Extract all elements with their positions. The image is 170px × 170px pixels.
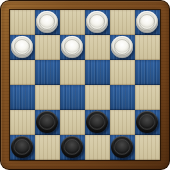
square-d2[interactable]: ⛂ — [85, 110, 110, 135]
square-e6[interactable] — [110, 10, 135, 35]
square-b4[interactable] — [35, 60, 60, 85]
square-f3[interactable] — [135, 85, 160, 110]
square-e5[interactable]: ⛀ — [110, 35, 135, 60]
square-e3[interactable] — [110, 85, 135, 110]
square-b6[interactable]: ⛀ — [35, 10, 60, 35]
black-piece[interactable]: ⛂ — [61, 136, 83, 158]
square-d6[interactable]: ⛀ — [85, 10, 110, 35]
white-piece[interactable]: ⛀ — [61, 36, 83, 58]
square-f2[interactable]: ⛂ — [135, 110, 160, 135]
square-d4[interactable] — [85, 60, 110, 85]
white-piece[interactable]: ⛀ — [11, 36, 33, 58]
square-f4[interactable] — [135, 60, 160, 85]
white-piece[interactable]: ⛀ — [136, 11, 158, 33]
black-piece[interactable]: ⛂ — [136, 111, 158, 133]
black-piece[interactable]: ⛂ — [11, 136, 33, 158]
square-a6[interactable] — [10, 10, 35, 35]
square-c5[interactable]: ⛀ — [60, 35, 85, 60]
square-a5[interactable]: ⛀ — [10, 35, 35, 60]
black-piece[interactable]: ⛂ — [86, 111, 108, 133]
square-c6[interactable] — [60, 10, 85, 35]
square-e2[interactable] — [110, 110, 135, 135]
square-e1[interactable]: ⛂ — [110, 135, 135, 160]
white-piece[interactable]: ⛀ — [36, 11, 58, 33]
square-d5[interactable] — [85, 35, 110, 60]
square-f6[interactable]: ⛀ — [135, 10, 160, 35]
square-a4[interactable] — [10, 60, 35, 85]
square-d1[interactable] — [85, 135, 110, 160]
white-piece[interactable]: ⛀ — [86, 11, 108, 33]
square-b5[interactable] — [35, 35, 60, 60]
black-piece[interactable]: ⛂ — [111, 136, 133, 158]
square-a3[interactable] — [10, 85, 35, 110]
square-c4[interactable] — [60, 60, 85, 85]
board-grid: ⛀⛀⛀⛀⛀⛀⛂⛂⛂⛂⛂⛂ — [10, 10, 160, 160]
square-a2[interactable] — [10, 110, 35, 135]
square-e4[interactable] — [110, 60, 135, 85]
square-b3[interactable] — [35, 85, 60, 110]
square-b1[interactable] — [35, 135, 60, 160]
square-f5[interactable] — [135, 35, 160, 60]
square-f1[interactable] — [135, 135, 160, 160]
square-a1[interactable]: ⛂ — [10, 135, 35, 160]
square-c1[interactable]: ⛂ — [60, 135, 85, 160]
checkers-board-frame: ⛀⛀⛀⛀⛀⛀⛂⛂⛂⛂⛂⛂ — [0, 0, 170, 170]
square-b2[interactable]: ⛂ — [35, 110, 60, 135]
black-piece[interactable]: ⛂ — [36, 111, 58, 133]
square-c3[interactable] — [60, 85, 85, 110]
square-d3[interactable] — [85, 85, 110, 110]
square-c2[interactable] — [60, 110, 85, 135]
white-piece[interactable]: ⛀ — [111, 36, 133, 58]
